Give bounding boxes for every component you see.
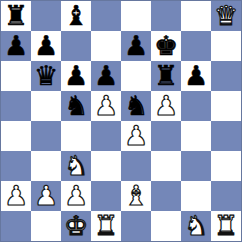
- square-d5[interactable]: ♟: [91, 91, 121, 121]
- square-g8[interactable]: [181, 1, 211, 31]
- square-h8[interactable]: ♛: [211, 1, 241, 31]
- square-b8[interactable]: [31, 1, 61, 31]
- square-c3[interactable]: ♞: [61, 151, 91, 181]
- piece-white-pawn-f5[interactable]: ♟: [154, 92, 178, 119]
- square-g1[interactable]: ♞: [181, 211, 211, 241]
- square-c7[interactable]: [61, 31, 91, 61]
- piece-black-rook-a8[interactable]: ♜: [4, 2, 28, 29]
- square-a8[interactable]: ♜: [1, 1, 31, 31]
- piece-black-pawn-b7[interactable]: ♟: [34, 32, 58, 59]
- piece-white-rook-h1[interactable]: ♜: [214, 212, 238, 239]
- piece-white-king-c1[interactable]: ♚: [64, 212, 88, 239]
- square-a1[interactable]: [1, 211, 31, 241]
- square-c5[interactable]: ♞: [61, 91, 91, 121]
- square-a5[interactable]: [1, 91, 31, 121]
- piece-black-bishop-c8[interactable]: ♝: [64, 2, 88, 29]
- square-c6[interactable]: ♟: [61, 61, 91, 91]
- square-a4[interactable]: [1, 121, 31, 151]
- square-d6[interactable]: ♟: [91, 61, 121, 91]
- square-h4[interactable]: [211, 121, 241, 151]
- square-f8[interactable]: [151, 1, 181, 31]
- square-a3[interactable]: [1, 151, 31, 181]
- square-e2[interactable]: ♝: [121, 181, 151, 211]
- square-g2[interactable]: [181, 181, 211, 211]
- square-e5[interactable]: ♞: [121, 91, 151, 121]
- square-b7[interactable]: ♟: [31, 31, 61, 61]
- square-g7[interactable]: [181, 31, 211, 61]
- piece-white-rook-d1[interactable]: ♜: [94, 212, 118, 239]
- square-e1[interactable]: [121, 211, 151, 241]
- square-f5[interactable]: ♟: [151, 91, 181, 121]
- square-b6[interactable]: ♛: [31, 61, 61, 91]
- square-b1[interactable]: [31, 211, 61, 241]
- piece-white-pawn-b2[interactable]: ♟: [34, 182, 58, 209]
- piece-black-rook-f6[interactable]: ♜: [154, 62, 178, 89]
- square-d1[interactable]: ♜: [91, 211, 121, 241]
- square-g6[interactable]: ♟: [181, 61, 211, 91]
- piece-white-pawn-a2[interactable]: ♟: [4, 182, 28, 209]
- square-g3[interactable]: [181, 151, 211, 181]
- square-e7[interactable]: ♟: [121, 31, 151, 61]
- piece-black-knight-e5[interactable]: ♞: [124, 92, 148, 119]
- square-f7[interactable]: ♚: [151, 31, 181, 61]
- piece-black-knight-c5[interactable]: ♞: [64, 92, 88, 119]
- square-d4[interactable]: [91, 121, 121, 151]
- piece-black-queen-b6[interactable]: ♛: [34, 62, 58, 89]
- square-d3[interactable]: [91, 151, 121, 181]
- square-h3[interactable]: [211, 151, 241, 181]
- chess-board: ♜♝♛♟♟♟♚♛♟♟♜♟♞♟♞♟♟♞♟♟♟♝♚♜♞♜: [0, 0, 242, 242]
- piece-black-pawn-c6[interactable]: ♟: [64, 62, 88, 89]
- square-c8[interactable]: ♝: [61, 1, 91, 31]
- square-f3[interactable]: [151, 151, 181, 181]
- piece-white-queen-h8[interactable]: ♛: [214, 2, 238, 29]
- piece-white-pawn-c2[interactable]: ♟: [64, 182, 88, 209]
- square-c1[interactable]: ♚: [61, 211, 91, 241]
- square-h1[interactable]: ♜: [211, 211, 241, 241]
- piece-black-pawn-a7[interactable]: ♟: [4, 32, 28, 59]
- square-h5[interactable]: [211, 91, 241, 121]
- square-f1[interactable]: [151, 211, 181, 241]
- piece-white-bishop-e2[interactable]: ♝: [124, 182, 148, 209]
- piece-white-pawn-d5[interactable]: ♟: [94, 92, 118, 119]
- square-c4[interactable]: [61, 121, 91, 151]
- square-g4[interactable]: [181, 121, 211, 151]
- square-b5[interactable]: [31, 91, 61, 121]
- square-b2[interactable]: ♟: [31, 181, 61, 211]
- square-d7[interactable]: [91, 31, 121, 61]
- square-e3[interactable]: [121, 151, 151, 181]
- square-g5[interactable]: [181, 91, 211, 121]
- square-h2[interactable]: [211, 181, 241, 211]
- square-a6[interactable]: [1, 61, 31, 91]
- square-e8[interactable]: [121, 1, 151, 31]
- square-f2[interactable]: [151, 181, 181, 211]
- square-f6[interactable]: ♜: [151, 61, 181, 91]
- piece-black-pawn-g6[interactable]: ♟: [184, 62, 208, 89]
- piece-black-pawn-e7[interactable]: ♟: [124, 32, 148, 59]
- square-d2[interactable]: [91, 181, 121, 211]
- square-f4[interactable]: [151, 121, 181, 151]
- square-b4[interactable]: [31, 121, 61, 151]
- square-h7[interactable]: [211, 31, 241, 61]
- square-b3[interactable]: [31, 151, 61, 181]
- square-h6[interactable]: [211, 61, 241, 91]
- piece-white-knight-g1[interactable]: ♞: [184, 212, 208, 239]
- piece-black-pawn-d6[interactable]: ♟: [94, 62, 118, 89]
- square-a2[interactable]: ♟: [1, 181, 31, 211]
- piece-white-pawn-e4[interactable]: ♟: [124, 122, 148, 149]
- piece-black-king-f7[interactable]: ♚: [154, 32, 178, 59]
- square-d8[interactable]: [91, 1, 121, 31]
- square-a7[interactable]: ♟: [1, 31, 31, 61]
- square-e4[interactable]: ♟: [121, 121, 151, 151]
- piece-white-knight-c3[interactable]: ♞: [64, 152, 88, 179]
- square-c2[interactable]: ♟: [61, 181, 91, 211]
- square-e6[interactable]: [121, 61, 151, 91]
